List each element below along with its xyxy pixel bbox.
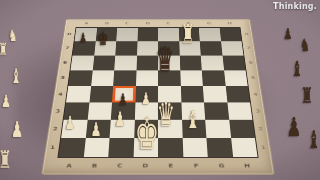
captured-black-n: ♞ [300,37,309,54]
captured-black-b: ♝ [291,59,303,80]
chess-app-scene: ABCDEFGH ABCDEFGH 87654321 87654321 ♚♛♜♝… [0,0,320,180]
captured-white-p: ♟ [1,93,10,110]
captured-white-r: ♜ [0,41,8,58]
captured-black-p: ♟ [287,114,301,140]
captured-white-b: ♝ [10,66,21,86]
captured-black-b: ♝ [307,128,320,152]
captured-white-p: ♟ [11,119,23,141]
captured-white-n: ♞ [9,28,18,44]
captured-white-r: ♜ [0,148,12,172]
captured-black-p: ♟ [284,27,292,42]
engine-status-text: Thinking. [273,2,317,11]
captured-black-r: ♜ [301,85,313,107]
captured-piece-layer: ♞♜♝♟♟♜♟♞♝♜♟♝ [0,0,320,180]
